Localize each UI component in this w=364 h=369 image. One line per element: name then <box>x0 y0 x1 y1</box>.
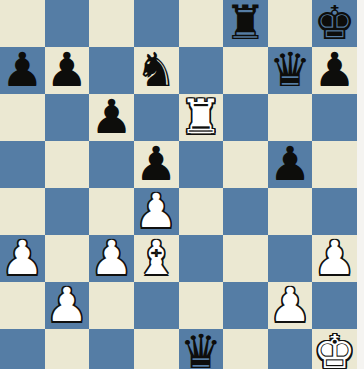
white-pawn[interactable]: ♟ <box>90 234 132 281</box>
square-h4[interactable] <box>312 188 357 235</box>
square-b4[interactable] <box>45 188 90 235</box>
square-e8[interactable] <box>179 0 224 47</box>
square-e2[interactable] <box>179 282 224 329</box>
square-b2[interactable]: ♟ <box>45 282 90 329</box>
square-c6[interactable]: ♟ <box>89 94 134 141</box>
white-pawn[interactable]: ♟ <box>1 234 43 281</box>
black-pawn[interactable]: ♟ <box>90 93 132 140</box>
square-d5[interactable]: ♟ <box>134 141 179 188</box>
black-queen[interactable]: ♛ <box>180 328 222 369</box>
black-pawn[interactable]: ♟ <box>46 46 88 93</box>
square-b7[interactable]: ♟ <box>45 47 90 94</box>
square-h6[interactable] <box>312 94 357 141</box>
square-a7[interactable]: ♟ <box>0 47 45 94</box>
black-rook[interactable]: ♜ <box>224 0 266 46</box>
black-pawn[interactable]: ♟ <box>269 140 311 187</box>
square-b6[interactable] <box>45 94 90 141</box>
square-d4[interactable]: ♟ <box>134 188 179 235</box>
square-c3[interactable]: ♟ <box>89 235 134 282</box>
black-pawn[interactable]: ♟ <box>135 140 177 187</box>
square-d7[interactable]: ♞ <box>134 47 179 94</box>
square-c8[interactable] <box>89 0 134 47</box>
square-h8[interactable]: ♚ <box>312 0 357 47</box>
square-h3[interactable]: ♟ <box>312 235 357 282</box>
square-f6[interactable] <box>223 94 268 141</box>
square-b1[interactable] <box>45 329 90 369</box>
square-a8[interactable] <box>0 0 45 47</box>
square-a5[interactable] <box>0 141 45 188</box>
square-g2[interactable]: ♟ <box>268 282 313 329</box>
square-h5[interactable] <box>312 141 357 188</box>
square-g6[interactable] <box>268 94 313 141</box>
square-g8[interactable] <box>268 0 313 47</box>
square-d6[interactable] <box>134 94 179 141</box>
square-f8[interactable]: ♜ <box>223 0 268 47</box>
square-b3[interactable] <box>45 235 90 282</box>
square-b8[interactable] <box>45 0 90 47</box>
square-f4[interactable] <box>223 188 268 235</box>
white-rook[interactable]: ♜ <box>180 93 222 140</box>
black-queen[interactable]: ♛ <box>269 46 311 93</box>
square-e1[interactable]: ♛ <box>179 329 224 369</box>
square-h2[interactable] <box>312 282 357 329</box>
square-h1[interactable]: ♚ <box>312 329 357 369</box>
square-e4[interactable] <box>179 188 224 235</box>
square-b5[interactable] <box>45 141 90 188</box>
square-g5[interactable]: ♟ <box>268 141 313 188</box>
square-h7[interactable]: ♟ <box>312 47 357 94</box>
square-c4[interactable] <box>89 188 134 235</box>
square-f1[interactable] <box>223 329 268 369</box>
square-f2[interactable] <box>223 282 268 329</box>
square-g3[interactable] <box>268 235 313 282</box>
black-pawn[interactable]: ♟ <box>314 46 356 93</box>
square-f7[interactable] <box>223 47 268 94</box>
square-d3[interactable]: ♝ <box>134 235 179 282</box>
square-g7[interactable]: ♛ <box>268 47 313 94</box>
white-pawn[interactable]: ♟ <box>269 281 311 328</box>
black-king[interactable]: ♚ <box>314 0 356 46</box>
square-c2[interactable] <box>89 282 134 329</box>
square-c5[interactable] <box>89 141 134 188</box>
white-pawn[interactable]: ♟ <box>314 234 356 281</box>
square-d1[interactable] <box>134 329 179 369</box>
white-pawn[interactable]: ♟ <box>135 187 177 234</box>
square-a6[interactable] <box>0 94 45 141</box>
chess-diagram: ♜♚♟♟♞♛♟♟♜♟♟♟♟♟♝♟♟♟♛♚ <box>0 0 364 369</box>
square-e5[interactable] <box>179 141 224 188</box>
white-pawn[interactable]: ♟ <box>46 281 88 328</box>
square-f5[interactable] <box>223 141 268 188</box>
white-king[interactable]: ♚ <box>314 328 356 369</box>
square-e6[interactable]: ♜ <box>179 94 224 141</box>
square-c1[interactable] <box>89 329 134 369</box>
square-a1[interactable] <box>0 329 45 369</box>
square-e7[interactable] <box>179 47 224 94</box>
square-a3[interactable]: ♟ <box>0 235 45 282</box>
square-f3[interactable] <box>223 235 268 282</box>
square-c7[interactable] <box>89 47 134 94</box>
white-bishop[interactable]: ♝ <box>135 234 177 281</box>
black-pawn[interactable]: ♟ <box>1 46 43 93</box>
square-d8[interactable] <box>134 0 179 47</box>
black-knight[interactable]: ♞ <box>135 46 177 93</box>
square-g1[interactable] <box>268 329 313 369</box>
square-a2[interactable] <box>0 282 45 329</box>
square-e3[interactable] <box>179 235 224 282</box>
square-d2[interactable] <box>134 282 179 329</box>
square-a4[interactable] <box>0 188 45 235</box>
chess-board: ♜♚♟♟♞♛♟♟♜♟♟♟♟♟♝♟♟♟♛♚ <box>0 0 357 358</box>
square-g4[interactable] <box>268 188 313 235</box>
